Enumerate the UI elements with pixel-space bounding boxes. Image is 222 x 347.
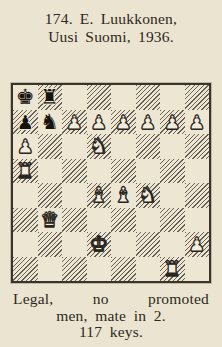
square-f2 — [136, 232, 161, 257]
square-f7: ♟ — [136, 110, 161, 135]
square-b2 — [38, 232, 63, 257]
square-b8: ♜ — [38, 85, 63, 110]
square-c7: ♟ — [62, 110, 87, 135]
white-pawn-icon: ♟ — [188, 110, 205, 135]
square-h8 — [185, 85, 210, 110]
square-c3 — [62, 208, 87, 233]
square-h6 — [185, 134, 210, 159]
square-b6 — [38, 134, 63, 159]
problem-source: Uusi Suomi, 1936. — [0, 28, 222, 46]
square-g4 — [160, 183, 185, 208]
square-h3 — [185, 208, 210, 233]
square-d2: ♚ — [87, 232, 112, 257]
square-a2 — [13, 232, 38, 257]
square-b3: ♛ — [38, 208, 63, 233]
square-a6: ♟ — [13, 134, 38, 159]
square-g3 — [160, 208, 185, 233]
stipulation-line-2: men, mate in 2. — [0, 308, 222, 325]
square-d7: ♟ — [87, 110, 112, 135]
white-bishop-icon: ♝ — [89, 183, 108, 208]
white-pawn-icon: ♟ — [164, 110, 181, 135]
square-d5 — [87, 159, 112, 184]
black-pawn-icon: ♟ — [17, 110, 34, 135]
square-d8 — [87, 85, 112, 110]
square-g2 — [160, 232, 185, 257]
square-d1 — [87, 257, 112, 282]
white-queen-icon: ♛ — [40, 208, 59, 233]
square-g1: ♜ — [160, 257, 185, 282]
white-bishop-icon: ♝ — [114, 183, 133, 208]
white-pawn-icon: ♟ — [66, 110, 83, 135]
chess-board: ♚♜♟♞♟♟♟♟♟♟♟♞♜♝♝♞♛♚♟♜ — [11, 83, 211, 283]
white-pawn-icon: ♟ — [90, 110, 107, 135]
square-c5 — [62, 159, 87, 184]
white-pawn-icon: ♟ — [17, 134, 34, 159]
square-g6 — [160, 134, 185, 159]
square-e6 — [111, 134, 136, 159]
square-g7: ♟ — [160, 110, 185, 135]
square-e7: ♟ — [111, 110, 136, 135]
square-c2 — [62, 232, 87, 257]
square-c6 — [62, 134, 87, 159]
white-rook-icon: ♜ — [16, 159, 35, 184]
square-c4 — [62, 183, 87, 208]
square-a5: ♜ — [13, 159, 38, 184]
square-d6: ♞ — [87, 134, 112, 159]
square-f8 — [136, 85, 161, 110]
square-f6 — [136, 134, 161, 159]
square-a3 — [13, 208, 38, 233]
stipulation-line-3: 117 keys. — [0, 324, 222, 341]
square-d3 — [87, 208, 112, 233]
square-g8 — [160, 85, 185, 110]
square-a8: ♚ — [13, 85, 38, 110]
square-h7: ♟ — [185, 110, 210, 135]
white-rook-icon: ♜ — [163, 257, 182, 282]
white-pawn-icon: ♟ — [139, 110, 156, 135]
square-c8 — [62, 85, 87, 110]
square-b1 — [38, 257, 63, 282]
white-king-icon: ♚ — [89, 232, 108, 257]
square-d4: ♝ — [87, 183, 112, 208]
square-b5 — [38, 159, 63, 184]
square-h5 — [185, 159, 210, 184]
square-a7: ♟ — [13, 110, 38, 135]
square-f3 — [136, 208, 161, 233]
black-knight-icon: ♞ — [40, 110, 59, 135]
problem-caption: Legal, no promoted men, mate in 2. 117 k… — [0, 291, 222, 341]
square-e1 — [111, 257, 136, 282]
problem-number-author: 174. E. Luukkonen, — [0, 10, 222, 28]
square-e4: ♝ — [111, 183, 136, 208]
square-e3 — [111, 208, 136, 233]
square-g5 — [160, 159, 185, 184]
square-h1 — [185, 257, 210, 282]
square-e2 — [111, 232, 136, 257]
square-e5 — [111, 159, 136, 184]
white-pawn-icon: ♟ — [188, 232, 205, 257]
black-rook-icon: ♜ — [40, 85, 59, 110]
black-king-icon: ♚ — [16, 85, 35, 110]
square-b4 — [38, 183, 63, 208]
stipulation-line-1: Legal, no promoted — [0, 291, 222, 308]
square-a1 — [13, 257, 38, 282]
square-e8 — [111, 85, 136, 110]
white-knight-icon: ♞ — [138, 183, 157, 208]
square-f1 — [136, 257, 161, 282]
square-a4 — [13, 183, 38, 208]
square-f4: ♞ — [136, 183, 161, 208]
square-b7: ♞ — [38, 110, 63, 135]
white-knight-icon: ♞ — [89, 134, 108, 159]
white-pawn-icon: ♟ — [115, 110, 132, 135]
square-h2: ♟ — [185, 232, 210, 257]
book-page: 174. E. Luukkonen, Uusi Suomi, 1936. ♚♜♟… — [0, 0, 222, 347]
square-h4 — [185, 183, 210, 208]
problem-header: 174. E. Luukkonen, Uusi Suomi, 1936. — [0, 0, 222, 46]
square-c1 — [62, 257, 87, 282]
square-f5 — [136, 159, 161, 184]
